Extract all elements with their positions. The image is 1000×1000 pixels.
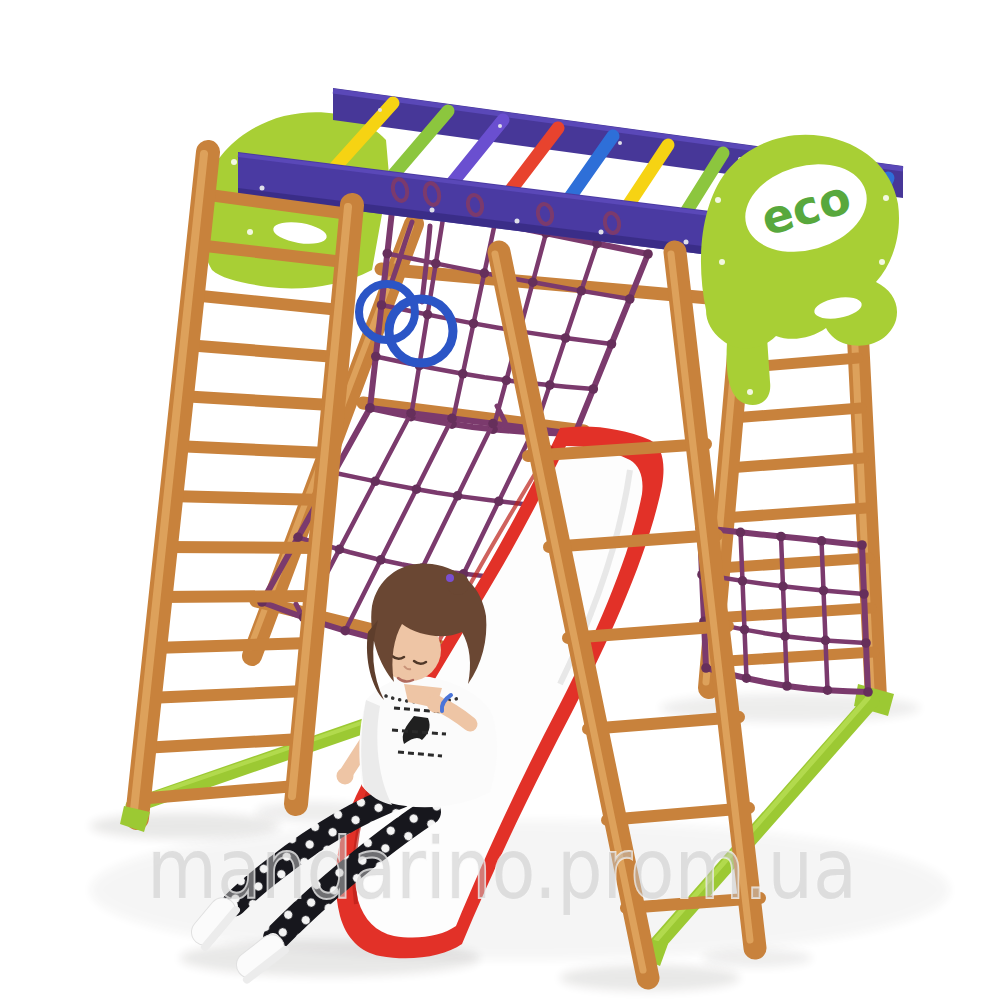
- product-photo: eco mandarino.prom.ua: [0, 0, 1000, 1000]
- hair-tie: [446, 574, 454, 582]
- watermark: mandarino.prom.ua: [147, 820, 857, 918]
